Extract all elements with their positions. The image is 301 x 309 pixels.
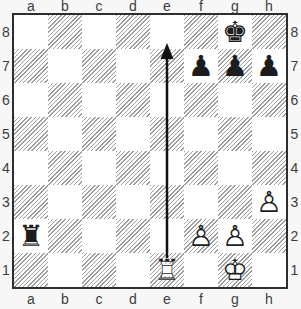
rank-labels-left-2: 2	[0, 219, 12, 253]
rank-labels-right-5: 5	[288, 117, 301, 151]
square-g1[interactable]: ♚♔	[218, 253, 252, 287]
file-labels-top-d: d	[116, 0, 150, 13]
rank-labels-left-1: 1	[0, 253, 12, 287]
file-labels-bottom-h: h	[252, 289, 286, 309]
piece-black-rook-a2[interactable]: ♜	[14, 219, 48, 253]
piece-white-rook-e1[interactable]: ♖	[150, 253, 184, 287]
file-labels-bottom-b: b	[48, 289, 82, 309]
chess-board: ♚♟♟♟♟♙♜♟♙♟♙♜♖♚♔	[12, 13, 288, 289]
square-d1[interactable]	[116, 253, 150, 287]
square-e1[interactable]: ♜♖	[150, 253, 184, 287]
rank-labels-right-1: 1	[288, 253, 301, 287]
rank-labels-left-4: 4	[0, 151, 12, 185]
square-c4[interactable]	[82, 151, 116, 185]
file-labels-bottom-e: e	[150, 289, 184, 309]
square-b4[interactable]	[48, 151, 82, 185]
square-c5[interactable]	[82, 117, 116, 151]
file-labels-bottom-g: g	[218, 289, 252, 309]
square-e2[interactable]	[150, 219, 184, 253]
square-c2[interactable]	[82, 219, 116, 253]
square-h8[interactable]	[252, 15, 286, 49]
square-a1[interactable]	[14, 253, 48, 287]
square-d4[interactable]	[116, 151, 150, 185]
square-b6[interactable]	[48, 83, 82, 117]
piece-black-pawn-h7[interactable]: ♟	[252, 49, 286, 83]
file-labels-bottom-a: a	[14, 289, 48, 309]
square-e6[interactable]	[150, 83, 184, 117]
square-f8[interactable]	[184, 15, 218, 49]
square-h7[interactable]: ♟	[252, 49, 286, 83]
square-c7[interactable]	[82, 49, 116, 83]
piece-black-pawn-f7[interactable]: ♟	[184, 49, 218, 83]
piece-white-pawn-h3[interactable]: ♙	[252, 185, 286, 219]
square-h5[interactable]	[252, 117, 286, 151]
rank-labels-right-4: 4	[288, 151, 301, 185]
square-c1[interactable]	[82, 253, 116, 287]
square-h2[interactable]	[252, 219, 286, 253]
square-d7[interactable]	[116, 49, 150, 83]
piece-white-pawn-g2[interactable]: ♙	[218, 219, 252, 253]
chess-diagram: abcdefgh 87654321 ♚♟♟♟♟♙♜♟♙♟♙♜♖♚♔ 876543…	[0, 0, 301, 309]
file-labels-bottom-f: f	[184, 289, 218, 309]
square-g8[interactable]: ♚	[218, 15, 252, 49]
file-labels-bottom: abcdefgh	[14, 289, 286, 309]
square-e4[interactable]	[150, 151, 184, 185]
square-a6[interactable]	[14, 83, 48, 117]
square-b5[interactable]	[48, 117, 82, 151]
rank-labels-right-6: 6	[288, 83, 301, 117]
square-g6[interactable]	[218, 83, 252, 117]
square-a4[interactable]	[14, 151, 48, 185]
square-c3[interactable]	[82, 185, 116, 219]
square-h3[interactable]: ♟♙	[252, 185, 286, 219]
file-labels-top-h: h	[252, 0, 286, 13]
square-f6[interactable]	[184, 83, 218, 117]
square-d5[interactable]	[116, 117, 150, 151]
square-a2[interactable]: ♜	[14, 219, 48, 253]
square-e3[interactable]	[150, 185, 184, 219]
rank-labels-right: 87654321	[288, 15, 301, 287]
file-labels-top-a: a	[14, 0, 48, 13]
rank-labels-right-8: 8	[288, 15, 301, 49]
square-f4[interactable]	[184, 151, 218, 185]
file-labels-bottom-d: d	[116, 289, 150, 309]
file-labels-bottom-c: c	[82, 289, 116, 309]
square-b2[interactable]	[48, 219, 82, 253]
rank-labels-left-7: 7	[0, 49, 12, 83]
square-d2[interactable]	[116, 219, 150, 253]
rank-labels-left-8: 8	[0, 15, 12, 49]
square-a7[interactable]	[14, 49, 48, 83]
square-f1[interactable]	[184, 253, 218, 287]
piece-black-pawn-g7[interactable]: ♟	[218, 49, 252, 83]
square-f7[interactable]: ♟	[184, 49, 218, 83]
rank-labels-left-5: 5	[0, 117, 12, 151]
square-g2[interactable]: ♟♙	[218, 219, 252, 253]
rank-labels-right-2: 2	[288, 219, 301, 253]
square-a8[interactable]	[14, 15, 48, 49]
square-d3[interactable]	[116, 185, 150, 219]
square-b8[interactable]	[48, 15, 82, 49]
piece-white-king-g1[interactable]: ♔	[218, 253, 252, 287]
square-g5[interactable]	[218, 117, 252, 151]
square-f2[interactable]: ♟♙	[184, 219, 218, 253]
square-a3[interactable]	[14, 185, 48, 219]
square-b7[interactable]	[48, 49, 82, 83]
piece-black-king-g8[interactable]: ♚	[218, 15, 252, 49]
piece-white-pawn-f2[interactable]: ♙	[184, 219, 218, 253]
rank-labels-right-3: 3	[288, 185, 301, 219]
square-c8[interactable]	[82, 15, 116, 49]
square-b3[interactable]	[48, 185, 82, 219]
file-labels-top-c: c	[82, 0, 116, 13]
rank-labels-left: 87654321	[0, 15, 12, 287]
square-h4[interactable]	[252, 151, 286, 185]
square-e5[interactable]	[150, 117, 184, 151]
square-g4[interactable]	[218, 151, 252, 185]
file-labels-top-b: b	[48, 0, 82, 13]
square-d8[interactable]	[116, 15, 150, 49]
square-e7[interactable]	[150, 49, 184, 83]
file-labels-top-f: f	[184, 0, 218, 13]
file-labels-top-e: e	[150, 0, 184, 13]
square-e8[interactable]	[150, 15, 184, 49]
square-h1[interactable]	[252, 253, 286, 287]
square-f5[interactable]	[184, 117, 218, 151]
file-labels-top: abcdefgh	[14, 0, 286, 13]
file-labels-top-g: g	[218, 0, 252, 13]
square-c6[interactable]	[82, 83, 116, 117]
square-f3[interactable]	[184, 185, 218, 219]
square-h6[interactable]	[252, 83, 286, 117]
square-g3[interactable]	[218, 185, 252, 219]
rank-labels-left-3: 3	[0, 185, 12, 219]
square-d6[interactable]	[116, 83, 150, 117]
rank-labels-left-6: 6	[0, 83, 12, 117]
rank-labels-right-7: 7	[288, 49, 301, 83]
square-a5[interactable]	[14, 117, 48, 151]
square-g7[interactable]: ♟	[218, 49, 252, 83]
square-b1[interactable]	[48, 253, 82, 287]
